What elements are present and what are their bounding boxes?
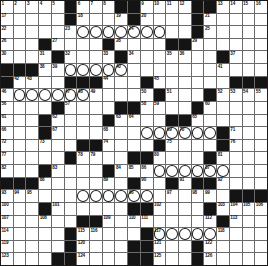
cell-r10c21[interactable] [255,115,267,127]
cell-r1c3[interactable]: 3 [26,1,38,13]
cell-r2c12[interactable]: 20 [141,14,153,26]
cell-r7c14[interactable] [166,77,178,89]
cell-r16c7[interactable] [77,190,89,202]
cell-r6c5[interactable]: 39 [52,64,64,76]
cell-r2c4[interactable] [39,14,51,26]
cell-r5c14[interactable]: 35 [166,51,178,63]
cell-r16c6[interactable] [65,190,77,202]
cell-r5c17[interactable] [204,51,216,63]
cell-r12c15[interactable] [179,140,191,152]
cell-r11c15[interactable]: 70 [179,127,191,139]
cell-r16c17[interactable]: 99 [204,190,216,202]
cell-r11c14[interactable]: 69 [166,127,178,139]
cell-r21c15[interactable] [179,253,191,265]
cell-r13c5[interactable] [52,152,64,164]
cell-r19c13[interactable]: 117 [154,228,166,240]
cell-r18c16[interactable] [192,216,204,228]
cell-r12c3[interactable] [26,140,38,152]
cell-r8c14[interactable]: 51 [166,89,178,101]
cell-r3c20[interactable] [243,26,255,38]
cell-r19c15[interactable] [179,228,191,240]
cell-r17c1[interactable]: 100 [1,203,13,215]
cell-r2c3[interactable] [26,14,38,26]
cell-r17c18[interactable]: 103 [217,203,229,215]
cell-r21c9[interactable] [103,253,115,265]
cell-r3c5[interactable] [52,26,64,38]
cell-r10c13[interactable] [154,115,166,127]
cell-r15c4[interactable]: 88 [39,178,51,190]
cell-r10c3[interactable] [26,115,38,127]
cell-r21c18[interactable] [217,253,229,265]
cell-r3c19[interactable] [230,26,242,38]
cell-r8c8[interactable]: 49 [90,89,102,101]
cell-r7c13[interactable]: 45 [154,77,166,89]
cell-r2c2[interactable] [14,14,26,26]
cell-r18c11[interactable]: 110 [128,216,140,228]
cell-r12c21[interactable] [255,140,267,152]
cell-r16c13[interactable] [154,190,166,202]
cell-r10c5[interactable]: 62 [52,115,64,127]
cell-r5c7[interactable] [77,51,89,63]
cell-r8c10[interactable] [115,89,127,101]
cell-r17c14[interactable] [166,203,178,215]
cell-r2c19[interactable] [230,14,242,26]
cell-r10c11[interactable]: 64 [128,115,140,127]
cell-r18c17[interactable]: 112 [204,216,216,228]
cell-r13c14[interactable] [166,152,178,164]
cell-r15c6[interactable] [65,178,77,190]
cell-r21c3[interactable] [26,253,38,265]
cell-r14c10[interactable]: 84 [115,165,127,177]
cell-r12c17[interactable] [204,140,216,152]
cell-r9c21[interactable] [255,102,267,114]
cell-r11c17[interactable] [204,127,216,139]
cell-r17c10[interactable] [115,203,127,215]
cell-r6c12[interactable] [141,64,153,76]
cell-r8c5[interactable] [52,89,64,101]
cell-r20c5[interactable] [52,241,64,253]
cell-r21c1[interactable]: 123 [1,253,13,265]
cell-r5c9[interactable]: 33 [103,51,115,63]
cell-r18c5[interactable] [52,216,64,228]
cell-r2c8[interactable] [90,14,102,26]
cell-r19c8[interactable]: 116 [90,228,102,240]
cell-r14c19[interactable] [230,165,242,177]
cell-r4c3[interactable] [26,39,38,51]
cell-r17c15[interactable] [179,203,191,215]
cell-r4c10[interactable]: 28 [115,39,127,51]
cell-r13c1[interactable]: 77 [1,152,13,164]
cell-r15c9[interactable]: 89 [103,178,115,190]
cell-r4c2[interactable] [14,39,26,51]
cell-r6c17[interactable] [204,64,216,76]
cell-r13c9[interactable] [103,152,115,164]
cell-r20c2[interactable] [14,241,26,253]
cell-r7c4[interactable] [39,77,51,89]
cell-r17c20[interactable]: 105 [243,203,255,215]
cell-r7c11[interactable] [128,77,140,89]
cell-r5c8[interactable] [90,51,102,63]
cell-r6c19[interactable] [230,64,242,76]
cell-r8c1[interactable]: 46 [1,89,13,101]
cell-r13c19[interactable] [230,152,242,164]
cell-r6c9[interactable] [103,64,115,76]
cell-r1c5[interactable]: 5 [52,1,64,13]
cell-r21c14[interactable] [166,253,178,265]
cell-r14c13[interactable] [154,165,166,177]
cell-r6c21[interactable] [255,64,267,76]
cell-r3c2[interactable] [14,26,26,38]
cell-r6c11[interactable] [128,64,140,76]
cell-r19c18[interactable]: 118 [217,228,229,240]
cell-r3c17[interactable]: 25 [204,26,216,38]
cell-r15c13[interactable] [154,178,166,190]
cell-r11c8[interactable] [90,127,102,139]
cell-r4c17[interactable] [204,39,216,51]
cell-r1c12[interactable]: 9 [141,1,153,13]
cell-r5c19[interactable]: 37 [230,51,242,63]
cell-r10c16[interactable]: 65 [192,115,204,127]
cell-r2c18[interactable] [217,14,229,26]
cell-r5c15[interactable]: 36 [179,51,191,63]
cell-r18c3[interactable] [26,216,38,228]
cell-r7c16[interactable] [192,77,204,89]
cell-r3c15[interactable] [179,26,191,38]
cell-r9c13[interactable]: 59 [154,102,166,114]
cell-r9c14[interactable] [166,102,178,114]
cell-r11c16[interactable] [192,127,204,139]
cell-r4c1[interactable]: 26 [1,39,13,51]
cell-r20c17[interactable]: 122 [204,241,216,253]
cell-r17c13[interactable]: 102 [154,203,166,215]
cell-r18c2[interactable] [14,216,26,228]
cell-r19c11[interactable] [128,228,140,240]
cell-r12c9[interactable]: 74 [103,140,115,152]
cell-r3c12[interactable] [141,26,153,38]
cell-r4c20[interactable] [243,39,255,51]
cell-r13c18[interactable]: 81 [217,152,229,164]
cell-r1c2[interactable]: 2 [14,1,26,13]
cell-r8c4[interactable] [39,89,51,101]
cell-r14c20[interactable] [243,165,255,177]
cell-r13c2[interactable] [14,152,26,164]
cell-r5c21[interactable] [255,51,267,63]
cell-r3c9[interactable] [103,26,115,38]
cell-r13c15[interactable] [179,152,191,164]
cell-r12c5[interactable] [52,140,64,152]
cell-r9c8[interactable] [90,102,102,114]
cell-r4c8[interactable] [90,39,102,51]
cell-r16c14[interactable]: 97 [166,190,178,202]
cell-r18c20[interactable] [243,216,255,228]
cell-r21c4[interactable] [39,253,51,265]
cell-r14c8[interactable] [90,165,102,177]
cell-r1c9[interactable]: 8 [103,1,115,13]
cell-r18c1[interactable]: 107 [1,216,13,228]
cell-r3c6[interactable]: 23 [65,26,77,38]
cell-r10c2[interactable] [14,115,26,127]
cell-r17c3[interactable] [26,203,38,215]
cell-r9c3[interactable] [26,102,38,114]
cell-r19c4[interactable] [39,228,51,240]
cell-r11c13[interactable] [154,127,166,139]
cell-r10c8[interactable] [90,115,102,127]
cell-r8c7[interactable]: 48 [77,89,89,101]
cell-r16c11[interactable]: 96 [128,190,140,202]
cell-r7c15[interactable] [179,77,191,89]
cell-r14c1[interactable]: 82 [1,165,13,177]
cell-r20c7[interactable]: 120 [77,241,89,253]
cell-r8c9[interactable] [103,89,115,101]
cell-r8c16[interactable] [192,89,204,101]
cell-r4c18[interactable] [217,39,229,51]
cell-r13c21[interactable] [255,152,267,164]
cell-r14c18[interactable] [217,165,229,177]
cell-r19c9[interactable] [103,228,115,240]
cell-r12c6[interactable] [65,140,77,152]
cell-r3c7[interactable] [77,26,89,38]
cell-r3c8[interactable] [90,26,102,38]
cell-r17c6[interactable] [65,203,77,215]
cell-r13c3[interactable] [26,152,38,164]
cell-r4c16[interactable]: 29 [192,39,204,51]
cell-r12c10[interactable] [115,140,127,152]
cell-r15c8[interactable] [90,178,102,190]
cell-r10c20[interactable] [243,115,255,127]
cell-r20c15[interactable] [179,241,191,253]
cell-r4c5[interactable]: 27 [52,39,64,51]
cell-r18c14[interactable] [166,216,178,228]
cell-r7c10[interactable] [115,77,127,89]
cell-r5c2[interactable] [14,51,26,63]
cell-r6c20[interactable] [243,64,255,76]
cell-r3c4[interactable] [39,26,51,38]
cell-r20c10[interactable] [115,241,127,253]
cell-r8c19[interactable]: 53 [230,89,242,101]
cell-r6c8[interactable] [90,64,102,76]
cell-r1c13[interactable]: 10 [154,1,166,13]
cell-r9c20[interactable] [243,102,255,114]
cell-r19c5[interactable] [52,228,64,240]
cell-r7c5[interactable] [52,77,64,89]
cell-r20c3[interactable] [26,241,38,253]
cell-r12c20[interactable] [243,140,255,152]
cell-r3c21[interactable] [255,26,267,38]
cell-r3c14[interactable] [166,26,178,38]
cell-r6c15[interactable] [179,64,191,76]
cell-r2c9[interactable] [103,14,115,26]
cell-r21c20[interactable] [243,253,255,265]
cell-r14c14[interactable] [166,165,178,177]
cell-r12c2[interactable] [14,140,26,152]
cell-r14c2[interactable] [14,165,26,177]
cell-r20c9[interactable] [103,241,115,253]
cell-r21c10[interactable] [115,253,127,265]
cell-r19c3[interactable] [26,228,38,240]
cell-r19c21[interactable] [255,228,267,240]
cell-r19c10[interactable] [115,228,127,240]
cell-r5c6[interactable]: 32 [65,51,77,63]
cell-r2c21[interactable] [255,14,267,26]
cell-r14c6[interactable] [65,165,77,177]
cell-r4c13[interactable] [154,39,166,51]
cell-r13c13[interactable]: 80 [154,152,166,164]
cell-r3c3[interactable] [26,26,38,38]
cell-r3c18[interactable] [217,26,229,38]
cell-r12c12[interactable] [141,140,153,152]
cell-r10c10[interactable]: 63 [115,115,127,127]
cell-r17c16[interactable] [192,203,204,215]
cell-r1c7[interactable]: 6 [77,1,89,13]
cell-r9c1[interactable]: 56 [1,102,13,114]
cell-r4c11[interactable] [128,39,140,51]
cell-r2c7[interactable]: 18 [77,14,89,26]
cell-r16c15[interactable] [179,190,191,202]
cell-r18c6[interactable] [65,216,77,228]
cell-r10c1[interactable]: 61 [1,115,13,127]
cell-r8c18[interactable]: 52 [217,89,229,101]
cell-r11c3[interactable] [26,127,38,139]
cell-r16c2[interactable]: 94 [14,190,26,202]
cell-r18c10[interactable] [115,216,127,228]
cell-r11c21[interactable] [255,127,267,139]
cell-r20c1[interactable]: 119 [1,241,13,253]
cell-r3c13[interactable] [154,26,166,38]
cell-r4c12[interactable] [141,39,153,51]
cell-r9c7[interactable] [77,102,89,114]
cell-r4c21[interactable] [255,39,267,51]
cell-r17c7[interactable] [77,203,89,215]
cell-r20c8[interactable] [90,241,102,253]
cell-r4c6[interactable] [65,39,77,51]
cell-r2c17[interactable]: 21 [204,14,216,26]
cell-r19c19[interactable] [230,228,242,240]
cell-r20c19[interactable] [230,241,242,253]
cell-r14c7[interactable] [77,165,89,177]
cell-r1c1[interactable]: 1 [1,1,13,13]
cell-r13c10[interactable] [115,152,127,164]
cell-r5c4[interactable]: 31 [39,51,51,63]
cell-r13c4[interactable] [39,152,51,164]
cell-r18c13[interactable] [154,216,166,228]
cell-r18c15[interactable] [179,216,191,228]
cell-r20c18[interactable] [217,241,229,253]
cell-r5c1[interactable]: 30 [1,51,13,63]
cell-r18c9[interactable]: 109 [103,216,115,228]
cell-r9c18[interactable] [217,102,229,114]
cell-r6c18[interactable]: 41 [217,64,229,76]
cell-r14c12[interactable]: 86 [141,165,153,177]
cell-r12c14[interactable]: 75 [166,140,178,152]
cell-r5c13[interactable] [154,51,166,63]
cell-r2c5[interactable] [52,14,64,26]
cell-r4c19[interactable] [230,39,242,51]
cell-r21c8[interactable] [90,253,102,265]
cell-r19c14[interactable] [166,228,178,240]
cell-r12c4[interactable]: 73 [39,140,51,152]
cell-r14c11[interactable]: 85 [128,165,140,177]
cell-r21c17[interactable]: 126 [204,253,216,265]
cell-r4c7[interactable] [77,39,89,51]
cell-r20c20[interactable] [243,241,255,253]
cell-r15c20[interactable] [243,178,255,190]
cell-r1c14[interactable]: 11 [166,1,178,13]
cell-r15c5[interactable] [52,178,64,190]
cell-r7c18[interactable] [217,77,229,89]
cell-r11c2[interactable] [14,127,26,139]
cell-r5c3[interactable] [26,51,38,63]
cell-r8c3[interactable] [26,89,38,101]
cell-r11c7[interactable] [77,127,89,139]
cell-r10c12[interactable] [141,115,153,127]
cell-r18c19[interactable]: 113 [230,216,242,228]
cell-r17c2[interactable] [14,203,26,215]
cell-r1c4[interactable]: 4 [39,1,51,13]
cell-r16c18[interactable] [217,190,229,202]
cell-r18c21[interactable] [255,216,267,228]
cell-r11c9[interactable]: 68 [103,127,115,139]
cell-r9c12[interactable]: 58 [141,102,153,114]
cell-r6c4[interactable]: 38 [39,64,51,76]
cell-r8c11[interactable] [128,89,140,101]
cell-r10c7[interactable] [77,115,89,127]
cell-r8c6[interactable]: 47 [65,89,77,101]
cell-r5c11[interactable]: 34 [128,51,140,63]
cell-r14c5[interactable]: 83 [52,165,64,177]
cell-r14c15[interactable] [179,165,191,177]
cell-r2c14[interactable] [166,14,178,26]
cell-r16c3[interactable]: 95 [26,190,38,202]
cell-r17c19[interactable]: 104 [230,203,242,215]
cell-r9c9[interactable] [103,102,115,114]
cell-r1c21[interactable]: 16 [255,1,267,13]
cell-r12c11[interactable] [128,140,140,152]
cell-r19c7[interactable]: 115 [77,228,89,240]
cell-r15c19[interactable] [230,178,242,190]
cell-r14c3[interactable] [26,165,38,177]
cell-r5c20[interactable] [243,51,255,63]
cell-r9c6[interactable]: 57 [65,102,77,114]
cell-r6c7[interactable] [77,64,89,76]
cell-r13c20[interactable] [243,152,255,164]
cell-r14c17[interactable]: 87 [204,165,216,177]
cell-r6c10[interactable]: 40 [115,64,127,76]
cell-r20c13[interactable]: 121 [154,241,166,253]
cell-r11c1[interactable]: 66 [1,127,13,139]
cell-r21c2[interactable] [14,253,26,265]
cell-r17c9[interactable] [103,203,115,215]
cell-r12c16[interactable] [192,140,204,152]
cell-r16c9[interactable] [103,190,115,202]
cell-r21c19[interactable] [230,253,242,265]
cell-r13c8[interactable]: 79 [90,152,102,164]
cell-r9c15[interactable] [179,102,191,114]
cell-r1c19[interactable]: 14 [230,1,242,13]
cell-r11c12[interactable] [141,127,153,139]
cell-r13c7[interactable]: 78 [77,152,89,164]
cell-r7c17[interactable] [204,77,216,89]
cell-r11c11[interactable] [128,127,140,139]
cell-r11c20[interactable] [243,127,255,139]
cell-r10c6[interactable] [65,115,77,127]
cell-r2c20[interactable] [243,14,255,26]
cell-r13c16[interactable] [192,152,204,164]
cell-r11c19[interactable]: 71 [230,127,242,139]
cell-r2c10[interactable]: 19 [115,14,127,26]
cell-r19c2[interactable] [14,228,26,240]
cell-r17c5[interactable]: 101 [52,203,64,215]
cell-r11c10[interactable] [115,127,127,139]
